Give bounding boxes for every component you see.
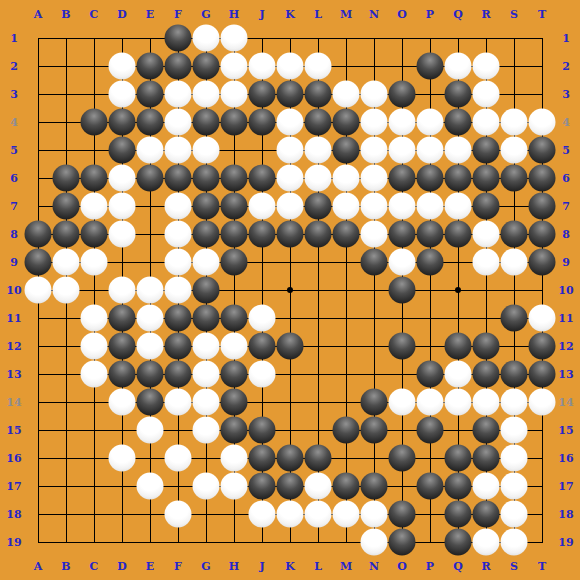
row-label-left-8: 8 — [10, 228, 18, 241]
row-label-left-7: 7 — [10, 200, 18, 213]
col-label-top-S: S — [510, 8, 518, 21]
col-label-bottom-N: N — [369, 560, 379, 573]
black-stone-G10[interactable] — [193, 277, 220, 304]
black-stone-O19[interactable] — [389, 529, 416, 556]
white-stone-P14[interactable] — [417, 389, 444, 416]
white-stone-L5[interactable] — [305, 137, 332, 164]
row-label-left-1: 1 — [10, 32, 18, 45]
col-label-top-R: R — [481, 8, 490, 21]
black-stone-M4[interactable] — [333, 109, 360, 136]
row-label-right-18: 18 — [558, 508, 573, 521]
black-stone-J17[interactable] — [249, 473, 276, 500]
black-stone-T9[interactable] — [529, 249, 556, 276]
black-stone-P8[interactable] — [417, 221, 444, 248]
black-stone-J15[interactable] — [249, 417, 276, 444]
col-label-bottom-D: D — [117, 560, 127, 573]
white-stone-E10[interactable] — [137, 277, 164, 304]
white-stone-F5[interactable] — [165, 137, 192, 164]
white-stone-F10[interactable] — [165, 277, 192, 304]
col-label-top-Q: Q — [453, 8, 463, 21]
row-label-left-19: 19 — [6, 536, 21, 549]
col-label-bottom-J: J — [259, 560, 264, 573]
white-stone-T14[interactable] — [529, 389, 556, 416]
black-stone-G11[interactable] — [193, 305, 220, 332]
col-label-top-M: M — [340, 8, 352, 21]
col-label-top-T: T — [538, 8, 546, 21]
white-stone-S5[interactable] — [501, 137, 528, 164]
col-label-bottom-C: C — [90, 560, 99, 573]
col-label-bottom-H: H — [229, 560, 239, 573]
row-label-left-4: 4 — [10, 116, 18, 129]
black-stone-B7[interactable] — [53, 193, 80, 220]
col-label-bottom-E: E — [146, 560, 154, 573]
white-stone-N6[interactable] — [361, 165, 388, 192]
black-stone-T5[interactable] — [529, 137, 556, 164]
white-stone-G15[interactable] — [193, 417, 220, 444]
white-stone-F8[interactable] — [165, 221, 192, 248]
white-stone-J11[interactable] — [249, 305, 276, 332]
black-stone-L8[interactable] — [305, 221, 332, 248]
black-stone-F11[interactable] — [165, 305, 192, 332]
black-stone-T7[interactable] — [529, 193, 556, 220]
black-stone-R15[interactable] — [473, 417, 500, 444]
black-stone-R13[interactable] — [473, 361, 500, 388]
black-stone-O6[interactable] — [389, 165, 416, 192]
black-stone-H6[interactable] — [221, 165, 248, 192]
white-stone-S19[interactable] — [501, 529, 528, 556]
black-stone-G4[interactable] — [193, 109, 220, 136]
white-stone-E11[interactable] — [137, 305, 164, 332]
black-stone-Q16[interactable] — [445, 445, 472, 472]
black-stone-K16[interactable] — [277, 445, 304, 472]
black-stone-K8[interactable] — [277, 221, 304, 248]
white-stone-J13[interactable] — [249, 361, 276, 388]
white-stone-F16[interactable] — [165, 445, 192, 472]
row-label-left-18: 18 — [6, 508, 21, 521]
white-stone-F7[interactable] — [165, 193, 192, 220]
black-stone-J12[interactable] — [249, 333, 276, 360]
white-stone-N7[interactable] — [361, 193, 388, 220]
black-stone-M15[interactable] — [333, 417, 360, 444]
white-stone-O9[interactable] — [389, 249, 416, 276]
white-stone-E15[interactable] — [137, 417, 164, 444]
col-label-top-O: O — [397, 8, 407, 21]
white-stone-E12[interactable] — [137, 333, 164, 360]
black-stone-N9[interactable] — [361, 249, 388, 276]
black-stone-J16[interactable] — [249, 445, 276, 472]
black-stone-F6[interactable] — [165, 165, 192, 192]
white-stone-H12[interactable] — [221, 333, 248, 360]
row-label-right-9: 9 — [562, 256, 570, 269]
black-stone-A9[interactable] — [25, 249, 52, 276]
row-label-left-13: 13 — [6, 368, 21, 381]
white-stone-R9[interactable] — [473, 249, 500, 276]
row-label-right-13: 13 — [558, 368, 573, 381]
white-stone-H2[interactable] — [221, 53, 248, 80]
black-stone-A8[interactable] — [25, 221, 52, 248]
black-stone-S11[interactable] — [501, 305, 528, 332]
white-stone-N18[interactable] — [361, 501, 388, 528]
row-label-right-4: 4 — [562, 116, 570, 129]
white-stone-K18[interactable] — [277, 501, 304, 528]
black-stone-H11[interactable] — [221, 305, 248, 332]
star-point-K10 — [287, 287, 293, 293]
black-stone-K12[interactable] — [277, 333, 304, 360]
black-stone-C4[interactable] — [81, 109, 108, 136]
white-stone-S14[interactable] — [501, 389, 528, 416]
black-stone-M17[interactable] — [333, 473, 360, 500]
black-stone-O3[interactable] — [389, 81, 416, 108]
white-stone-N5[interactable] — [361, 137, 388, 164]
white-stone-G3[interactable] — [193, 81, 220, 108]
white-stone-G17[interactable] — [193, 473, 220, 500]
white-stone-K7[interactable] — [277, 193, 304, 220]
row-label-right-15: 15 — [558, 424, 573, 437]
row-label-left-15: 15 — [6, 424, 21, 437]
black-stone-H7[interactable] — [221, 193, 248, 220]
row-label-left-11: 11 — [6, 312, 21, 325]
col-label-bottom-T: T — [538, 560, 546, 573]
black-stone-P17[interactable] — [417, 473, 444, 500]
white-stone-K6[interactable] — [277, 165, 304, 192]
black-stone-E6[interactable] — [137, 165, 164, 192]
black-stone-J3[interactable] — [249, 81, 276, 108]
go-board: ABCDEFGHJKLMNOPQRST ABCDEFGHJKLMNOPQRST … — [0, 0, 580, 580]
black-stone-O18[interactable] — [389, 501, 416, 528]
black-stone-K3[interactable] — [277, 81, 304, 108]
white-stone-F9[interactable] — [165, 249, 192, 276]
white-stone-R17[interactable] — [473, 473, 500, 500]
black-stone-J6[interactable] — [249, 165, 276, 192]
black-stone-Q8[interactable] — [445, 221, 472, 248]
black-stone-J8[interactable] — [249, 221, 276, 248]
white-stone-E5[interactable] — [137, 137, 164, 164]
black-stone-B8[interactable] — [53, 221, 80, 248]
white-stone-K2[interactable] — [277, 53, 304, 80]
row-label-left-17: 17 — [6, 480, 21, 493]
black-stone-H4[interactable] — [221, 109, 248, 136]
col-label-bottom-F: F — [174, 560, 182, 573]
black-stone-Q19[interactable] — [445, 529, 472, 556]
white-stone-O5[interactable] — [389, 137, 416, 164]
black-stone-P15[interactable] — [417, 417, 444, 444]
white-stone-S17[interactable] — [501, 473, 528, 500]
black-stone-F2[interactable] — [165, 53, 192, 80]
col-label-bottom-Q: Q — [453, 560, 463, 573]
black-stone-Q17[interactable] — [445, 473, 472, 500]
white-stone-S9[interactable] — [501, 249, 528, 276]
white-stone-N4[interactable] — [361, 109, 388, 136]
white-stone-G5[interactable] — [193, 137, 220, 164]
white-stone-M7[interactable] — [333, 193, 360, 220]
col-label-bottom-S: S — [510, 560, 518, 573]
black-stone-N14[interactable] — [361, 389, 388, 416]
col-label-top-L: L — [314, 8, 322, 21]
white-stone-Q14[interactable] — [445, 389, 472, 416]
white-stone-N3[interactable] — [361, 81, 388, 108]
col-label-top-A: A — [34, 8, 43, 21]
white-stone-Q5[interactable] — [445, 137, 472, 164]
col-label-top-F: F — [174, 8, 182, 21]
white-stone-O14[interactable] — [389, 389, 416, 416]
white-stone-D10[interactable] — [109, 277, 136, 304]
black-stone-G2[interactable] — [193, 53, 220, 80]
white-stone-D16[interactable] — [109, 445, 136, 472]
white-stone-P4[interactable] — [417, 109, 444, 136]
white-stone-H16[interactable] — [221, 445, 248, 472]
row-label-right-1: 1 — [562, 32, 570, 45]
black-stone-Q4[interactable] — [445, 109, 472, 136]
white-stone-R2[interactable] — [473, 53, 500, 80]
col-label-top-B: B — [61, 8, 70, 21]
white-stone-P5[interactable] — [417, 137, 444, 164]
white-stone-N8[interactable] — [361, 221, 388, 248]
black-stone-D13[interactable] — [109, 361, 136, 388]
black-stone-J4[interactable] — [249, 109, 276, 136]
white-stone-J2[interactable] — [249, 53, 276, 80]
black-stone-M8[interactable] — [333, 221, 360, 248]
col-label-bottom-O: O — [397, 560, 407, 573]
black-stone-L4[interactable] — [305, 109, 332, 136]
white-stone-D3[interactable] — [109, 81, 136, 108]
black-stone-O8[interactable] — [389, 221, 416, 248]
black-stone-S8[interactable] — [501, 221, 528, 248]
white-stone-G9[interactable] — [193, 249, 220, 276]
col-label-top-G: G — [201, 8, 210, 21]
black-stone-Q18[interactable] — [445, 501, 472, 528]
black-stone-C6[interactable] — [81, 165, 108, 192]
black-stone-E13[interactable] — [137, 361, 164, 388]
white-stone-G14[interactable] — [193, 389, 220, 416]
white-stone-G1[interactable] — [193, 25, 220, 52]
white-stone-L2[interactable] — [305, 53, 332, 80]
white-stone-D2[interactable] — [109, 53, 136, 80]
black-stone-H9[interactable] — [221, 249, 248, 276]
black-stone-O12[interactable] — [389, 333, 416, 360]
black-stone-D5[interactable] — [109, 137, 136, 164]
white-stone-T4[interactable] — [529, 109, 556, 136]
black-stone-P13[interactable] — [417, 361, 444, 388]
black-stone-M5[interactable] — [333, 137, 360, 164]
white-stone-J18[interactable] — [249, 501, 276, 528]
white-stone-D8[interactable] — [109, 221, 136, 248]
white-stone-C13[interactable] — [81, 361, 108, 388]
black-stone-Q6[interactable] — [445, 165, 472, 192]
black-stone-E4[interactable] — [137, 109, 164, 136]
white-stone-M6[interactable] — [333, 165, 360, 192]
col-label-top-J: J — [259, 8, 264, 21]
white-stone-C11[interactable] — [81, 305, 108, 332]
col-label-bottom-M: M — [340, 560, 352, 573]
row-label-left-6: 6 — [10, 172, 18, 185]
row-label-right-11: 11 — [558, 312, 573, 325]
white-stone-Q7[interactable] — [445, 193, 472, 220]
row-label-left-16: 16 — [6, 452, 21, 465]
row-label-right-12: 12 — [558, 340, 573, 353]
row-label-left-12: 12 — [6, 340, 21, 353]
col-label-bottom-L: L — [314, 560, 322, 573]
white-stone-K4[interactable] — [277, 109, 304, 136]
row-label-right-17: 17 — [558, 480, 573, 493]
black-stone-K17[interactable] — [277, 473, 304, 500]
white-stone-C9[interactable] — [81, 249, 108, 276]
col-label-bottom-B: B — [61, 560, 70, 573]
black-stone-L3[interactable] — [305, 81, 332, 108]
white-stone-S16[interactable] — [501, 445, 528, 472]
black-stone-P9[interactable] — [417, 249, 444, 276]
white-stone-O4[interactable] — [389, 109, 416, 136]
white-stone-Q13[interactable] — [445, 361, 472, 388]
white-stone-T11[interactable] — [529, 305, 556, 332]
black-stone-N17[interactable] — [361, 473, 388, 500]
black-stone-G7[interactable] — [193, 193, 220, 220]
white-stone-E17[interactable] — [137, 473, 164, 500]
row-label-right-3: 3 — [562, 88, 570, 101]
white-stone-M18[interactable] — [333, 501, 360, 528]
col-label-top-C: C — [90, 8, 99, 21]
white-stone-L17[interactable] — [305, 473, 332, 500]
white-stone-N19[interactable] — [361, 529, 388, 556]
white-stone-R3[interactable] — [473, 81, 500, 108]
black-stone-S6[interactable] — [501, 165, 528, 192]
col-label-top-E: E — [146, 8, 154, 21]
black-stone-T12[interactable] — [529, 333, 556, 360]
col-label-top-K: K — [285, 8, 295, 21]
row-label-right-16: 16 — [558, 452, 573, 465]
col-label-top-H: H — [229, 8, 239, 21]
white-stone-M3[interactable] — [333, 81, 360, 108]
black-stone-C8[interactable] — [81, 221, 108, 248]
star-point-Q10 — [455, 287, 461, 293]
white-stone-C7[interactable] — [81, 193, 108, 220]
row-label-left-9: 9 — [10, 256, 18, 269]
white-stone-D7[interactable] — [109, 193, 136, 220]
black-stone-R18[interactable] — [473, 501, 500, 528]
white-stone-R14[interactable] — [473, 389, 500, 416]
row-label-left-10: 10 — [6, 284, 21, 297]
col-label-bottom-A: A — [34, 560, 43, 573]
white-stone-F14[interactable] — [165, 389, 192, 416]
black-stone-S13[interactable] — [501, 361, 528, 388]
col-label-bottom-P: P — [426, 560, 434, 573]
white-stone-S18[interactable] — [501, 501, 528, 528]
white-stone-D6[interactable] — [109, 165, 136, 192]
black-stone-E2[interactable] — [137, 53, 164, 80]
black-stone-E3[interactable] — [137, 81, 164, 108]
black-stone-T8[interactable] — [529, 221, 556, 248]
white-stone-H1[interactable] — [221, 25, 248, 52]
black-stone-F13[interactable] — [165, 361, 192, 388]
black-stone-H15[interactable] — [221, 417, 248, 444]
white-stone-C12[interactable] — [81, 333, 108, 360]
white-stone-Q2[interactable] — [445, 53, 472, 80]
white-stone-B9[interactable] — [53, 249, 80, 276]
row-label-left-5: 5 — [10, 144, 18, 157]
black-stone-H8[interactable] — [221, 221, 248, 248]
row-label-left-14: 14 — [6, 396, 21, 409]
white-stone-B10[interactable] — [53, 277, 80, 304]
black-stone-G8[interactable] — [193, 221, 220, 248]
white-stone-L18[interactable] — [305, 501, 332, 528]
black-stone-D12[interactable] — [109, 333, 136, 360]
black-stone-R7[interactable] — [473, 193, 500, 220]
black-stone-R5[interactable] — [473, 137, 500, 164]
black-stone-Q3[interactable] — [445, 81, 472, 108]
black-stone-B6[interactable] — [53, 165, 80, 192]
row-label-right-8: 8 — [562, 228, 570, 241]
black-stone-D11[interactable] — [109, 305, 136, 332]
col-label-bottom-R: R — [481, 560, 490, 573]
white-stone-L6[interactable] — [305, 165, 332, 192]
white-stone-S15[interactable] — [501, 417, 528, 444]
col-label-top-P: P — [426, 8, 434, 21]
black-stone-G6[interactable] — [193, 165, 220, 192]
white-stone-F18[interactable] — [165, 501, 192, 528]
white-stone-F4[interactable] — [165, 109, 192, 136]
row-label-left-3: 3 — [10, 88, 18, 101]
black-stone-H14[interactable] — [221, 389, 248, 416]
black-stone-P6[interactable] — [417, 165, 444, 192]
white-stone-D14[interactable] — [109, 389, 136, 416]
col-label-bottom-K: K — [285, 560, 295, 573]
white-stone-R4[interactable] — [473, 109, 500, 136]
black-stone-F12[interactable] — [165, 333, 192, 360]
white-stone-O7[interactable] — [389, 193, 416, 220]
row-label-right-19: 19 — [558, 536, 573, 549]
row-label-right-2: 2 — [562, 60, 570, 73]
black-stone-O16[interactable] — [389, 445, 416, 472]
col-label-top-D: D — [117, 8, 127, 21]
white-stone-R8[interactable] — [473, 221, 500, 248]
black-stone-R16[interactable] — [473, 445, 500, 472]
white-stone-H3[interactable] — [221, 81, 248, 108]
white-stone-H17[interactable] — [221, 473, 248, 500]
black-stone-H13[interactable] — [221, 361, 248, 388]
black-stone-R6[interactable] — [473, 165, 500, 192]
row-label-right-14: 14 — [558, 396, 573, 409]
black-stone-T6[interactable] — [529, 165, 556, 192]
col-label-bottom-G: G — [201, 560, 210, 573]
white-stone-A10[interactable] — [25, 277, 52, 304]
white-stone-J7[interactable] — [249, 193, 276, 220]
black-stone-O10[interactable] — [389, 277, 416, 304]
black-stone-R12[interactable] — [473, 333, 500, 360]
white-stone-G12[interactable] — [193, 333, 220, 360]
black-stone-P2[interactable] — [417, 53, 444, 80]
black-stone-Q12[interactable] — [445, 333, 472, 360]
black-stone-N15[interactable] — [361, 417, 388, 444]
row-label-right-6: 6 — [562, 172, 570, 185]
row-label-right-7: 7 — [562, 200, 570, 213]
white-stone-P7[interactable] — [417, 193, 444, 220]
black-stone-T13[interactable] — [529, 361, 556, 388]
white-stone-R19[interactable] — [473, 529, 500, 556]
row-label-right-5: 5 — [562, 144, 570, 157]
row-label-right-10: 10 — [558, 284, 573, 297]
row-label-left-2: 2 — [10, 60, 18, 73]
black-stone-L16[interactable] — [305, 445, 332, 472]
col-label-top-N: N — [369, 8, 379, 21]
black-stone-D4[interactable] — [109, 109, 136, 136]
white-stone-S4[interactable] — [501, 109, 528, 136]
black-stone-L7[interactable] — [305, 193, 332, 220]
black-stone-F1[interactable] — [165, 25, 192, 52]
black-stone-E14[interactable] — [137, 389, 164, 416]
white-stone-F3[interactable] — [165, 81, 192, 108]
white-stone-G13[interactable] — [193, 361, 220, 388]
white-stone-K5[interactable] — [277, 137, 304, 164]
